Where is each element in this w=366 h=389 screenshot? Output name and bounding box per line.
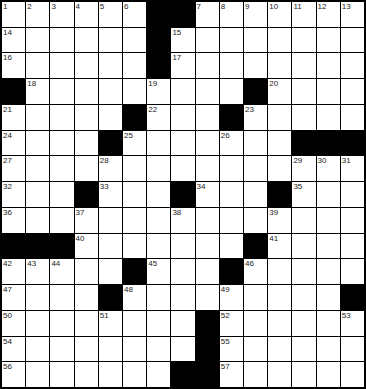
cell-r15c6[interactable]	[123, 362, 146, 387]
clue-number: 6	[124, 2, 128, 11]
clue-number: 34	[197, 182, 206, 191]
cell-r15c2[interactable]	[26, 362, 49, 387]
cell-r2c6[interactable]	[123, 28, 146, 53]
clue-number: 39	[269, 208, 278, 217]
clue-number: 36	[3, 208, 12, 217]
clue-number: 45	[148, 259, 157, 268]
cell-r1c9[interactable]: 7	[196, 2, 219, 27]
black-square-r5c10	[220, 105, 243, 130]
cell-r7c3[interactable]	[50, 156, 73, 181]
clue-number: 11	[293, 2, 301, 11]
cell-r14c15[interactable]	[341, 337, 364, 362]
black-square-r6c14	[317, 131, 340, 156]
cell-r8c14[interactable]	[317, 182, 340, 207]
cell-r2c14[interactable]	[317, 28, 340, 53]
cell-r6c6[interactable]: 25	[123, 131, 146, 156]
cell-r3c1[interactable]: 16	[2, 53, 25, 78]
cell-r8c15[interactable]	[341, 182, 364, 207]
cell-r2c5[interactable]	[99, 28, 122, 53]
black-square-r12c5	[99, 285, 122, 310]
cell-r4c10[interactable]	[220, 79, 243, 104]
cell-r10c10[interactable]	[220, 234, 243, 259]
cell-r1c3[interactable]: 3	[50, 2, 73, 27]
cell-r12c8[interactable]	[171, 285, 194, 310]
black-square-r6c5	[99, 131, 122, 156]
cell-r7c12[interactable]	[268, 156, 291, 181]
cell-r4c9[interactable]	[196, 79, 219, 104]
cell-r3c2[interactable]	[26, 53, 49, 78]
clue-number: 53	[342, 311, 351, 320]
cell-r4c8[interactable]	[171, 79, 194, 104]
cell-r14c8[interactable]	[171, 337, 194, 362]
clue-number: 26	[221, 131, 230, 140]
cell-r7c9[interactable]	[196, 156, 219, 181]
cell-r9c2[interactable]	[26, 208, 49, 233]
clue-number: 25	[124, 131, 133, 140]
cell-r3c14[interactable]	[317, 53, 340, 78]
cell-r12c10[interactable]: 49	[220, 285, 243, 310]
cell-r10c14[interactable]	[317, 234, 340, 259]
cell-r14c12[interactable]	[268, 337, 291, 362]
black-square-r8c12	[268, 182, 291, 207]
clue-number: 18	[27, 79, 36, 88]
clue-number: 9	[245, 2, 249, 11]
cell-r5c1[interactable]: 21	[2, 105, 25, 130]
cell-r6c2[interactable]	[26, 131, 49, 156]
cell-r13c10[interactable]: 52	[220, 311, 243, 336]
clue-number: 57	[221, 362, 230, 371]
cell-r5c8[interactable]	[171, 105, 194, 130]
cell-r15c15[interactable]	[341, 362, 364, 387]
cell-r4c4[interactable]	[75, 79, 98, 104]
cell-r11c1[interactable]: 42	[2, 259, 25, 284]
black-square-r15c8	[171, 362, 194, 387]
cell-r2c8[interactable]: 15	[171, 28, 194, 53]
cell-r6c4[interactable]	[75, 131, 98, 156]
cell-r14c5[interactable]	[99, 337, 122, 362]
cell-r5c7[interactable]: 22	[147, 105, 170, 130]
cell-r9c11[interactable]	[244, 208, 267, 233]
cell-r11c11[interactable]: 46	[244, 259, 267, 284]
cell-r12c1[interactable]: 47	[2, 285, 25, 310]
cell-r6c3[interactable]	[50, 131, 73, 156]
clue-number: 51	[100, 311, 109, 320]
black-square-r3c7	[147, 53, 170, 78]
cell-r4c15[interactable]	[341, 79, 364, 104]
cell-r2c12[interactable]	[268, 28, 291, 53]
clue-number: 3	[51, 2, 55, 11]
cell-r3c12[interactable]	[268, 53, 291, 78]
cell-r12c3[interactable]	[50, 285, 73, 310]
cell-r11c9[interactable]	[196, 259, 219, 284]
cell-r11c2[interactable]: 43	[26, 259, 49, 284]
cell-r5c2[interactable]	[26, 105, 49, 130]
clue-number: 33	[100, 182, 109, 191]
clue-number: 19	[148, 79, 157, 88]
clue-number: 41	[269, 234, 278, 243]
cell-r7c8[interactable]	[171, 156, 194, 181]
clue-number: 7	[197, 2, 201, 11]
cell-r2c2[interactable]	[26, 28, 49, 53]
clue-number: 38	[172, 208, 181, 217]
cell-r7c7[interactable]	[147, 156, 170, 181]
cell-r3c15[interactable]	[341, 53, 364, 78]
cell-r9c7[interactable]	[147, 208, 170, 233]
cell-r14c6[interactable]	[123, 337, 146, 362]
cell-r13c5[interactable]: 51	[99, 311, 122, 336]
cell-r15c13[interactable]	[292, 362, 315, 387]
cell-r2c4[interactable]	[75, 28, 98, 53]
cell-r15c14[interactable]	[317, 362, 340, 387]
cell-r10c8[interactable]	[171, 234, 194, 259]
clue-number: 30	[318, 156, 327, 165]
cell-r6c1[interactable]: 24	[2, 131, 25, 156]
cell-r5c11[interactable]: 23	[244, 105, 267, 130]
cell-r8c9[interactable]: 34	[196, 182, 219, 207]
black-square-r1c8	[171, 2, 194, 27]
black-square-r14c9	[196, 337, 219, 362]
clue-number: 48	[124, 285, 133, 294]
cell-r2c15[interactable]	[341, 28, 364, 53]
clue-number: 52	[221, 311, 230, 320]
cell-r5c5[interactable]	[99, 105, 122, 130]
cell-r1c14[interactable]: 12	[317, 2, 340, 27]
cell-r5c12[interactable]	[268, 105, 291, 130]
cell-r10c12[interactable]: 41	[268, 234, 291, 259]
cell-r4c7[interactable]: 19	[147, 79, 170, 104]
cell-r4c3[interactable]	[50, 79, 73, 104]
cell-r10c15[interactable]	[341, 234, 364, 259]
cell-r4c2[interactable]: 18	[26, 79, 49, 104]
cell-r3c11[interactable]	[244, 53, 267, 78]
cell-r14c10[interactable]: 55	[220, 337, 243, 362]
cell-r13c7[interactable]	[147, 311, 170, 336]
cell-r7c13[interactable]: 29	[292, 156, 315, 181]
clue-number: 46	[245, 259, 254, 268]
cell-r9c15[interactable]	[341, 208, 364, 233]
clue-number: 10	[269, 2, 278, 11]
cell-r1c1[interactable]: 1	[2, 2, 25, 27]
crossword-grid: 1234567891011121314151617181920212223242…	[0, 0, 366, 389]
cell-r4c12[interactable]: 20	[268, 79, 291, 104]
cell-r3c9[interactable]	[196, 53, 219, 78]
cell-r10c4[interactable]: 40	[75, 234, 98, 259]
cell-r3c6[interactable]	[123, 53, 146, 78]
cell-r11c7[interactable]: 45	[147, 259, 170, 284]
cell-r8c7[interactable]	[147, 182, 170, 207]
black-square-r15c9	[196, 362, 219, 387]
cell-r12c11[interactable]	[244, 285, 267, 310]
cell-r5c4[interactable]	[75, 105, 98, 130]
clue-number: 49	[221, 285, 230, 294]
cell-r9c4[interactable]: 37	[75, 208, 98, 233]
cell-r3c13[interactable]	[292, 53, 315, 78]
cell-r13c13[interactable]	[292, 311, 315, 336]
cell-r4c14[interactable]	[317, 79, 340, 104]
cell-r1c2[interactable]: 2	[26, 2, 49, 27]
cell-r1c5[interactable]: 5	[99, 2, 122, 27]
clue-number: 31	[342, 156, 351, 165]
cell-r8c13[interactable]: 35	[292, 182, 315, 207]
cell-r12c2[interactable]	[26, 285, 49, 310]
cell-r5c3[interactable]	[50, 105, 73, 130]
cell-r13c3[interactable]	[50, 311, 73, 336]
cell-r3c3[interactable]	[50, 53, 73, 78]
cell-r12c9[interactable]	[196, 285, 219, 310]
clue-number: 23	[245, 105, 254, 114]
cell-r3c8[interactable]: 17	[171, 53, 194, 78]
clue-number: 40	[76, 234, 85, 243]
cell-r7c11[interactable]	[244, 156, 267, 181]
black-square-r10c3	[50, 234, 73, 259]
clue-number: 56	[3, 362, 12, 371]
black-square-r2c7	[147, 28, 170, 53]
cell-r6c11[interactable]	[244, 131, 267, 156]
cell-r1c12[interactable]: 10	[268, 2, 291, 27]
clue-number: 14	[3, 28, 12, 37]
cell-r2c3[interactable]	[50, 28, 73, 53]
cell-r10c5[interactable]	[99, 234, 122, 259]
cell-r15c11[interactable]	[244, 362, 267, 387]
black-square-r11c6	[123, 259, 146, 284]
cell-r14c11[interactable]	[244, 337, 267, 362]
cell-r10c7[interactable]	[147, 234, 170, 259]
clue-number: 44	[51, 259, 60, 268]
black-square-r5c6	[123, 105, 146, 130]
cell-r12c12[interactable]	[268, 285, 291, 310]
cell-r5c13[interactable]	[292, 105, 315, 130]
clue-number: 15	[172, 28, 181, 37]
cell-r7c14[interactable]: 30	[317, 156, 340, 181]
cell-r13c4[interactable]	[75, 311, 98, 336]
cell-r1c6[interactable]: 6	[123, 2, 146, 27]
cell-r1c10[interactable]: 8	[220, 2, 243, 27]
cell-r13c14[interactable]	[317, 311, 340, 336]
cell-r2c1[interactable]: 14	[2, 28, 25, 53]
cell-r4c13[interactable]	[292, 79, 315, 104]
cell-r9c9[interactable]	[196, 208, 219, 233]
cell-r14c14[interactable]	[317, 337, 340, 362]
clue-number: 13	[342, 2, 351, 11]
cell-r7c4[interactable]	[75, 156, 98, 181]
cell-r5c9[interactable]	[196, 105, 219, 130]
cell-r4c5[interactable]	[99, 79, 122, 104]
cell-r9c6[interactable]	[123, 208, 146, 233]
cell-r12c6[interactable]: 48	[123, 285, 146, 310]
cell-r14c13[interactable]	[292, 337, 315, 362]
clue-number: 17	[172, 53, 181, 62]
cell-r9c14[interactable]	[317, 208, 340, 233]
cell-r11c5[interactable]	[99, 259, 122, 284]
cell-r13c15[interactable]: 53	[341, 311, 364, 336]
cell-r11c8[interactable]	[171, 259, 194, 284]
cell-r6c12[interactable]	[268, 131, 291, 156]
cell-r3c10[interactable]	[220, 53, 243, 78]
clue-number: 1	[3, 2, 7, 11]
cell-r11c4[interactable]	[75, 259, 98, 284]
cell-r9c8[interactable]: 38	[171, 208, 194, 233]
cell-r11c3[interactable]: 44	[50, 259, 73, 284]
cell-r8c10[interactable]	[220, 182, 243, 207]
cell-r7c2[interactable]	[26, 156, 49, 181]
cell-r6c8[interactable]	[171, 131, 194, 156]
cell-r7c6[interactable]	[123, 156, 146, 181]
clue-number: 29	[293, 156, 302, 165]
cell-r5c14[interactable]	[317, 105, 340, 130]
cell-r5c15[interactable]	[341, 105, 364, 130]
clue-number: 12	[318, 2, 327, 11]
black-square-r6c15	[341, 131, 364, 156]
cell-r11c14[interactable]	[317, 259, 340, 284]
cell-r6c10[interactable]: 26	[220, 131, 243, 156]
cell-r13c8[interactable]	[171, 311, 194, 336]
cell-r9c1[interactable]: 36	[2, 208, 25, 233]
cell-r9c5[interactable]	[99, 208, 122, 233]
cell-r1c13[interactable]: 11	[292, 2, 315, 27]
cell-r14c4[interactable]	[75, 337, 98, 362]
cell-r1c15[interactable]: 13	[341, 2, 364, 27]
cell-r10c6[interactable]	[123, 234, 146, 259]
cell-r9c3[interactable]	[50, 208, 73, 233]
cell-r8c5[interactable]: 33	[99, 182, 122, 207]
cell-r8c3[interactable]	[50, 182, 73, 207]
clue-number: 42	[3, 259, 12, 268]
cell-r14c1[interactable]: 54	[2, 337, 25, 362]
cell-r9c12[interactable]: 39	[268, 208, 291, 233]
black-square-r1c7	[147, 2, 170, 27]
black-square-r8c8	[171, 182, 194, 207]
clue-number: 5	[100, 2, 104, 11]
clue-number: 27	[3, 156, 12, 165]
cell-r2c13[interactable]	[292, 28, 315, 53]
cell-r13c12[interactable]	[268, 311, 291, 336]
cell-r11c12[interactable]	[268, 259, 291, 284]
cell-r12c4[interactable]	[75, 285, 98, 310]
cell-r12c14[interactable]	[317, 285, 340, 310]
clue-number: 8	[221, 2, 225, 11]
clue-number: 32	[3, 182, 12, 191]
cell-r7c5[interactable]: 28	[99, 156, 122, 181]
black-square-r10c1	[2, 234, 25, 259]
cell-r3c4[interactable]	[75, 53, 98, 78]
cell-r1c4[interactable]: 4	[75, 2, 98, 27]
black-square-r4c11	[244, 79, 267, 104]
clue-number: 47	[3, 285, 12, 294]
cell-r15c5[interactable]	[99, 362, 122, 387]
cell-r14c2[interactable]	[26, 337, 49, 362]
cell-r8c1[interactable]: 32	[2, 182, 25, 207]
clue-number: 50	[3, 311, 12, 320]
clue-number: 2	[27, 2, 31, 11]
cell-r13c2[interactable]	[26, 311, 49, 336]
black-square-r8c4	[75, 182, 98, 207]
clue-number: 20	[269, 79, 278, 88]
clue-number: 35	[293, 182, 302, 191]
cell-r15c3[interactable]	[50, 362, 73, 387]
cell-r12c13[interactable]	[292, 285, 315, 310]
cell-r8c2[interactable]	[26, 182, 49, 207]
clue-number: 43	[27, 259, 36, 268]
cell-r6c9[interactable]	[196, 131, 219, 156]
clue-number: 4	[76, 2, 80, 11]
cell-r13c1[interactable]: 50	[2, 311, 25, 336]
cell-r7c10[interactable]	[220, 156, 243, 181]
cell-r6c7[interactable]	[147, 131, 170, 156]
black-square-r6c13	[292, 131, 315, 156]
cell-r11c15[interactable]	[341, 259, 364, 284]
cell-r15c4[interactable]	[75, 362, 98, 387]
cell-r2c9[interactable]	[196, 28, 219, 53]
cell-r13c11[interactable]	[244, 311, 267, 336]
cell-r9c13[interactable]	[292, 208, 315, 233]
cell-r10c9[interactable]	[196, 234, 219, 259]
cell-r8c6[interactable]	[123, 182, 146, 207]
clue-number: 21	[3, 105, 12, 114]
cell-r11c13[interactable]	[292, 259, 315, 284]
black-square-r11c10	[220, 259, 243, 284]
cell-r9c10[interactable]	[220, 208, 243, 233]
cell-r7c15[interactable]: 31	[341, 156, 364, 181]
cell-r13c6[interactable]	[123, 311, 146, 336]
cell-r15c12[interactable]	[268, 362, 291, 387]
clue-number: 16	[3, 53, 12, 62]
black-square-r12c15	[341, 285, 364, 310]
cell-r2c10[interactable]	[220, 28, 243, 53]
cell-r14c7[interactable]	[147, 337, 170, 362]
clue-number: 24	[3, 131, 12, 140]
cell-r14c3[interactable]	[50, 337, 73, 362]
cell-r15c7[interactable]	[147, 362, 170, 387]
clue-number: 55	[221, 337, 230, 346]
cell-r15c10[interactable]: 57	[220, 362, 243, 387]
black-square-r13c9	[196, 311, 219, 336]
cell-r2c11[interactable]	[244, 28, 267, 53]
cell-r12c7[interactable]	[147, 285, 170, 310]
cell-r1c11[interactable]: 9	[244, 2, 267, 27]
cell-r4c6[interactable]	[123, 79, 146, 104]
clue-number: 54	[3, 337, 12, 346]
clue-number: 37	[76, 208, 85, 217]
cell-r8c11[interactable]	[244, 182, 267, 207]
cell-r10c13[interactable]	[292, 234, 315, 259]
cell-r3c5[interactable]	[99, 53, 122, 78]
black-square-r4c1	[2, 79, 25, 104]
clue-number: 22	[148, 105, 157, 114]
clue-number: 28	[100, 156, 109, 165]
cell-r7c1[interactable]: 27	[2, 156, 25, 181]
black-square-r10c11	[244, 234, 267, 259]
black-square-r10c2	[26, 234, 49, 259]
cell-r15c1[interactable]: 56	[2, 362, 25, 387]
